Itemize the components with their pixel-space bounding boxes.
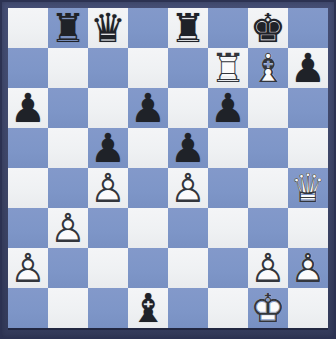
- black-piece-glyph: ♜: [168, 8, 208, 48]
- black-pawn-piece[interactable]: ♟: [288, 48, 328, 88]
- square-d6[interactable]: ♟: [128, 88, 168, 128]
- square-a7[interactable]: [8, 48, 48, 88]
- white-piece-outline-glyph: ♕: [288, 168, 328, 208]
- black-piece-glyph: ♜: [48, 8, 88, 48]
- square-g4[interactable]: [248, 168, 288, 208]
- white-piece-outline-glyph: ♙: [248, 248, 288, 288]
- black-piece-glyph: ♟: [8, 88, 48, 128]
- square-e5[interactable]: ♟: [168, 128, 208, 168]
- white-pawn-piece[interactable]: ♟♙: [48, 208, 88, 248]
- square-c3[interactable]: [88, 208, 128, 248]
- square-g3[interactable]: [248, 208, 288, 248]
- square-h6[interactable]: [288, 88, 328, 128]
- white-rook-piece[interactable]: ♜♖: [208, 48, 248, 88]
- black-piece-glyph: ♟: [208, 88, 248, 128]
- white-piece-outline-glyph: ♙: [288, 248, 328, 288]
- square-e4[interactable]: ♟♙: [168, 168, 208, 208]
- black-rook-piece[interactable]: ♜: [168, 8, 208, 48]
- white-pawn-piece[interactable]: ♟♙: [248, 248, 288, 288]
- square-d7[interactable]: [128, 48, 168, 88]
- square-c4[interactable]: ♟♙: [88, 168, 128, 208]
- square-c2[interactable]: [88, 248, 128, 288]
- square-f1[interactable]: [208, 288, 248, 328]
- square-d3[interactable]: [128, 208, 168, 248]
- square-f3[interactable]: [208, 208, 248, 248]
- black-piece-glyph: ♟: [88, 128, 128, 168]
- white-pawn-piece[interactable]: ♟♙: [88, 168, 128, 208]
- black-bishop-piece[interactable]: ♝: [128, 288, 168, 328]
- square-e7[interactable]: [168, 48, 208, 88]
- square-b8[interactable]: ♜: [48, 8, 88, 48]
- square-c1[interactable]: [88, 288, 128, 328]
- black-pawn-piece[interactable]: ♟: [168, 128, 208, 168]
- black-rook-piece[interactable]: ♜: [48, 8, 88, 48]
- square-b3[interactable]: ♟♙: [48, 208, 88, 248]
- square-f5[interactable]: [208, 128, 248, 168]
- square-a3[interactable]: [8, 208, 48, 248]
- square-g6[interactable]: [248, 88, 288, 128]
- black-piece-glyph: ♟: [168, 128, 208, 168]
- square-f4[interactable]: [208, 168, 248, 208]
- square-e3[interactable]: [168, 208, 208, 248]
- square-f8[interactable]: [208, 8, 248, 48]
- square-e2[interactable]: [168, 248, 208, 288]
- square-g8[interactable]: ♚: [248, 8, 288, 48]
- square-d2[interactable]: [128, 248, 168, 288]
- square-h4[interactable]: ♛♕: [288, 168, 328, 208]
- square-c7[interactable]: [88, 48, 128, 88]
- white-piece-outline-glyph: ♙: [88, 168, 128, 208]
- square-c6[interactable]: [88, 88, 128, 128]
- square-g7[interactable]: ♝♗: [248, 48, 288, 88]
- square-b6[interactable]: [48, 88, 88, 128]
- white-pawn-piece[interactable]: ♟♙: [8, 248, 48, 288]
- square-h5[interactable]: [288, 128, 328, 168]
- square-h1[interactable]: [288, 288, 328, 328]
- white-bishop-piece[interactable]: ♝♗: [248, 48, 288, 88]
- square-g2[interactable]: ♟♙: [248, 248, 288, 288]
- square-h7[interactable]: ♟: [288, 48, 328, 88]
- white-pawn-piece[interactable]: ♟♙: [288, 248, 328, 288]
- square-e1[interactable]: [168, 288, 208, 328]
- white-piece-outline-glyph: ♗: [248, 48, 288, 88]
- square-d8[interactable]: [128, 8, 168, 48]
- white-piece-outline-glyph: ♔: [248, 288, 288, 328]
- white-piece-outline-glyph: ♖: [208, 48, 248, 88]
- square-a5[interactable]: [8, 128, 48, 168]
- square-h8[interactable]: [288, 8, 328, 48]
- square-a2[interactable]: ♟♙: [8, 248, 48, 288]
- black-piece-glyph: ♟: [288, 48, 328, 88]
- square-h2[interactable]: ♟♙: [288, 248, 328, 288]
- square-f2[interactable]: [208, 248, 248, 288]
- black-piece-glyph: ♝: [128, 288, 168, 328]
- black-pawn-piece[interactable]: ♟: [8, 88, 48, 128]
- white-piece-outline-glyph: ♙: [168, 168, 208, 208]
- square-c5[interactable]: ♟: [88, 128, 128, 168]
- square-d1[interactable]: ♝: [128, 288, 168, 328]
- square-b1[interactable]: [48, 288, 88, 328]
- black-pawn-piece[interactable]: ♟: [88, 128, 128, 168]
- square-g5[interactable]: [248, 128, 288, 168]
- black-piece-glyph: ♛: [88, 8, 128, 48]
- square-a4[interactable]: [8, 168, 48, 208]
- square-a1[interactable]: [8, 288, 48, 328]
- square-a6[interactable]: ♟: [8, 88, 48, 128]
- black-piece-glyph: ♟: [128, 88, 168, 128]
- square-e6[interactable]: [168, 88, 208, 128]
- black-queen-piece[interactable]: ♛: [88, 8, 128, 48]
- black-king-piece[interactable]: ♚: [248, 8, 288, 48]
- square-b4[interactable]: [48, 168, 88, 208]
- square-f7[interactable]: ♜♖: [208, 48, 248, 88]
- square-d5[interactable]: [128, 128, 168, 168]
- square-b2[interactable]: [48, 248, 88, 288]
- square-a8[interactable]: [8, 8, 48, 48]
- square-d4[interactable]: [128, 168, 168, 208]
- white-pawn-piece[interactable]: ♟♙: [168, 168, 208, 208]
- square-b5[interactable]: [48, 128, 88, 168]
- chess-board-frame: ♜♛♜♚♜♖♝♗♟♟♟♟♟♟♟♙♟♙♛♕♟♙♟♙♟♙♟♙♝♚♔: [0, 0, 336, 339]
- square-h3[interactable]: [288, 208, 328, 248]
- square-b7[interactable]: [48, 48, 88, 88]
- black-pawn-piece[interactable]: ♟: [128, 88, 168, 128]
- square-e8[interactable]: ♜: [168, 8, 208, 48]
- black-pawn-piece[interactable]: ♟: [208, 88, 248, 128]
- square-c8[interactable]: ♛: [88, 8, 128, 48]
- square-g1[interactable]: ♚♔: [248, 288, 288, 328]
- white-piece-outline-glyph: ♙: [8, 248, 48, 288]
- square-f6[interactable]: ♟: [208, 88, 248, 128]
- chess-board: ♜♛♜♚♜♖♝♗♟♟♟♟♟♟♟♙♟♙♛♕♟♙♟♙♟♙♟♙♝♚♔: [8, 8, 328, 328]
- white-king-piece[interactable]: ♚♔: [248, 288, 288, 328]
- black-piece-glyph: ♚: [248, 8, 288, 48]
- white-piece-outline-glyph: ♙: [48, 208, 88, 248]
- white-queen-piece[interactable]: ♛♕: [288, 168, 328, 208]
